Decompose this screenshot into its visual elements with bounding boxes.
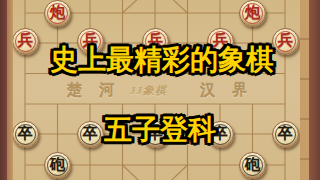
board-frame-left-dark bbox=[0, 0, 7, 180]
piece-character: 兵 bbox=[13, 29, 38, 54]
piece-red-pawn[interactable]: 兵 bbox=[272, 28, 299, 55]
xiangqi-screenshot: 楚河 JJ象棋 汉界 炮炮兵兵兵兵兵卒卒卒卒卒砲砲 史上最精彩的象棋 五子登科 bbox=[0, 0, 320, 180]
caption-title-line1: 史上最精彩的象棋 bbox=[50, 41, 274, 79]
river-label-chuhe: 楚河 bbox=[67, 81, 131, 100]
piece-character: 炮 bbox=[45, 1, 70, 26]
piece-character: 兵 bbox=[273, 29, 298, 54]
piece-black-pawn[interactable]: 卒 bbox=[272, 121, 299, 148]
piece-red-cannon[interactable]: 炮 bbox=[44, 0, 71, 27]
board-frame-right-dark bbox=[309, 0, 320, 180]
piece-character: 卒 bbox=[78, 122, 103, 147]
piece-red-pawn[interactable]: 兵 bbox=[12, 28, 39, 55]
piece-character: 砲 bbox=[240, 153, 265, 178]
piece-black-cannon[interactable]: 砲 bbox=[239, 152, 266, 179]
piece-black-cannon[interactable]: 砲 bbox=[44, 152, 71, 179]
piece-character: 卒 bbox=[13, 122, 38, 147]
river-label-hanjie: 汉界 bbox=[200, 81, 264, 100]
piece-red-cannon[interactable]: 炮 bbox=[239, 0, 266, 27]
watermark-jj-xiangqi: JJ象棋 bbox=[130, 83, 167, 98]
board-frame-right-light bbox=[300, 0, 309, 180]
piece-black-pawn[interactable]: 卒 bbox=[12, 121, 39, 148]
piece-character: 卒 bbox=[273, 122, 298, 147]
board-frame-left-light bbox=[7, 0, 13, 180]
caption-title-line2: 五子登科 bbox=[104, 111, 216, 149]
piece-character: 砲 bbox=[45, 153, 70, 178]
piece-black-pawn[interactable]: 卒 bbox=[77, 121, 104, 148]
piece-character: 炮 bbox=[240, 1, 265, 26]
